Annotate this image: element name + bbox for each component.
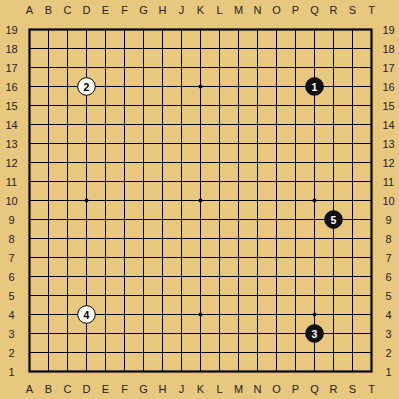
star-point bbox=[313, 199, 317, 203]
coord-label-left: 16 bbox=[5, 81, 17, 93]
coord-label-left: 1 bbox=[8, 366, 14, 378]
coord-label-top: B bbox=[45, 4, 52, 16]
coord-label-bottom: C bbox=[64, 383, 72, 395]
coord-label-right: 17 bbox=[382, 62, 394, 74]
coord-label-left: 12 bbox=[5, 157, 17, 169]
coord-label-right: 2 bbox=[385, 347, 391, 359]
star-point bbox=[85, 199, 89, 203]
coord-label-top: Q bbox=[310, 4, 319, 16]
coord-label-left: 9 bbox=[8, 214, 14, 226]
coord-label-left: 18 bbox=[5, 43, 17, 55]
coord-label-right: 13 bbox=[382, 138, 394, 150]
coord-label-top: C bbox=[64, 4, 72, 16]
coord-label-left: 6 bbox=[8, 271, 14, 283]
stone-1-black[interactable]: 1 bbox=[306, 78, 324, 96]
coord-label-right: 12 bbox=[382, 157, 394, 169]
coord-label-bottom: S bbox=[349, 383, 356, 395]
stone-number: 5 bbox=[331, 214, 337, 226]
coord-label-top: E bbox=[102, 4, 109, 16]
coord-label-top: K bbox=[197, 4, 205, 16]
coord-label-right: 16 bbox=[382, 81, 394, 93]
coord-label-right: 9 bbox=[385, 214, 391, 226]
coord-label-bottom: P bbox=[292, 383, 299, 395]
coord-label-right: 3 bbox=[385, 328, 391, 340]
coord-label-bottom: B bbox=[45, 383, 52, 395]
coord-label-bottom: L bbox=[216, 383, 222, 395]
coord-label-left: 2 bbox=[8, 347, 14, 359]
coord-label-bottom: F bbox=[121, 383, 128, 395]
coord-label-right: 19 bbox=[382, 24, 394, 36]
coord-label-top: L bbox=[216, 4, 222, 16]
coord-label-right: 14 bbox=[382, 119, 394, 131]
stone-2-white[interactable]: 2 bbox=[78, 78, 96, 96]
stone-number: 2 bbox=[84, 81, 90, 93]
coord-label-left: 7 bbox=[8, 252, 14, 264]
stone-number: 1 bbox=[312, 81, 318, 93]
star-point bbox=[199, 85, 203, 89]
coord-label-left: 13 bbox=[5, 138, 17, 150]
coord-label-right: 1 bbox=[385, 366, 391, 378]
coord-label-bottom: H bbox=[159, 383, 167, 395]
coord-label-right: 11 bbox=[383, 176, 394, 188]
coord-label-top: N bbox=[254, 4, 262, 16]
coord-label-top: J bbox=[179, 4, 185, 16]
coord-label-bottom: D bbox=[83, 383, 91, 395]
coord-label-left: 15 bbox=[5, 100, 17, 112]
coord-label-left: 8 bbox=[8, 233, 14, 245]
coord-label-top: S bbox=[349, 4, 356, 16]
coord-label-top: P bbox=[292, 4, 299, 16]
coord-label-left: 11 bbox=[6, 176, 17, 188]
coord-label-bottom: N bbox=[254, 383, 262, 395]
coord-label-right: 6 bbox=[385, 271, 391, 283]
coord-label-bottom: J bbox=[179, 383, 185, 395]
coord-label-right: 4 bbox=[385, 309, 391, 321]
coord-label-top: H bbox=[159, 4, 167, 16]
coord-label-right: 18 bbox=[382, 43, 394, 55]
stone-5-black[interactable]: 5 bbox=[325, 211, 343, 229]
coord-label-bottom: Q bbox=[310, 383, 319, 395]
coord-label-bottom: T bbox=[368, 383, 375, 395]
star-point bbox=[313, 313, 317, 317]
coord-label-top: G bbox=[139, 4, 148, 16]
coord-label-right: 5 bbox=[385, 290, 391, 302]
coord-label-top: F bbox=[121, 4, 128, 16]
coord-label-right: 10 bbox=[382, 195, 394, 207]
coord-label-top: T bbox=[368, 4, 375, 16]
coord-label-bottom: K bbox=[197, 383, 205, 395]
coord-label-top: M bbox=[234, 4, 243, 16]
coord-label-right: 7 bbox=[385, 252, 391, 264]
go-board[interactable]: AABBCCDDEEFFGGHHJJKKLLMMNNOOPPQQRRSSTT11… bbox=[0, 0, 399, 399]
stone-4-white[interactable]: 4 bbox=[78, 306, 96, 324]
stone-3-black[interactable]: 3 bbox=[306, 325, 324, 343]
coord-label-left: 4 bbox=[8, 309, 14, 321]
coord-label-left: 5 bbox=[8, 290, 14, 302]
coord-label-left: 10 bbox=[5, 195, 17, 207]
coord-label-top: A bbox=[26, 4, 34, 16]
coord-label-bottom: M bbox=[234, 383, 243, 395]
coord-label-left: 3 bbox=[8, 328, 14, 340]
star-point bbox=[199, 199, 203, 203]
stone-number: 4 bbox=[84, 309, 90, 321]
coord-label-bottom: A bbox=[26, 383, 34, 395]
coord-label-bottom: O bbox=[272, 383, 281, 395]
coord-label-top: R bbox=[330, 4, 338, 16]
coord-label-top: O bbox=[272, 4, 281, 16]
stone-number: 3 bbox=[312, 328, 318, 340]
coord-label-left: 14 bbox=[5, 119, 17, 131]
coord-label-bottom: R bbox=[330, 383, 338, 395]
coord-label-right: 15 bbox=[382, 100, 394, 112]
coord-label-left: 17 bbox=[5, 62, 17, 74]
go-board-diagram: AABBCCDDEEFFGGHHJJKKLLMMNNOOPPQQRRSSTT11… bbox=[0, 0, 399, 399]
coord-label-right: 8 bbox=[385, 233, 391, 245]
coord-label-bottom: E bbox=[102, 383, 109, 395]
coord-label-top: D bbox=[83, 4, 91, 16]
coord-label-left: 19 bbox=[5, 24, 17, 36]
coord-label-bottom: G bbox=[139, 383, 148, 395]
star-point bbox=[199, 313, 203, 317]
